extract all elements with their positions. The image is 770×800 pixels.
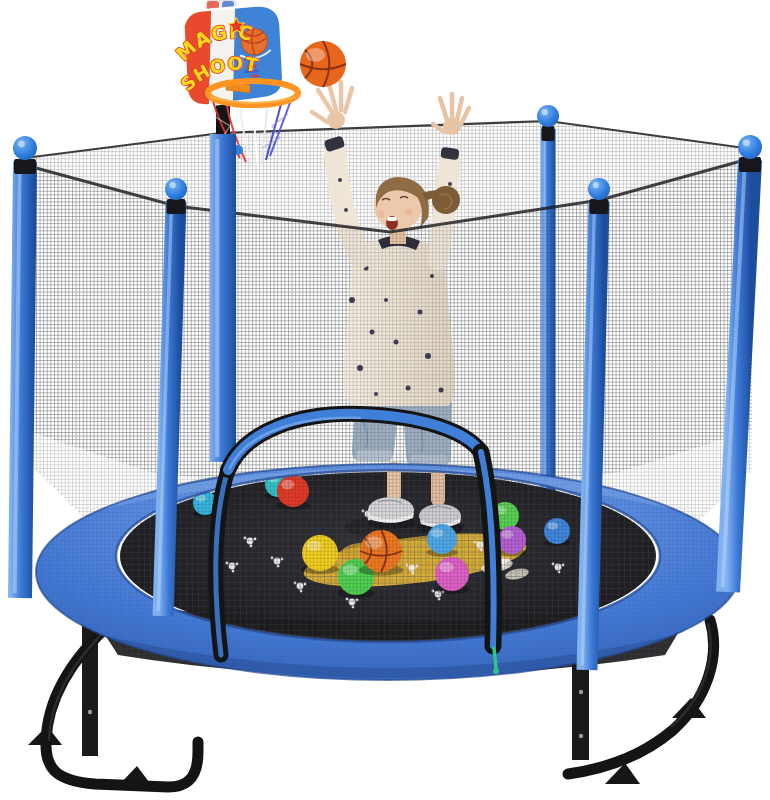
pole-cap-ball — [537, 105, 559, 127]
zipper-pull — [494, 648, 496, 668]
pole-clamp — [167, 199, 186, 214]
child-hand-left — [327, 111, 345, 129]
flying-basketball — [300, 41, 346, 87]
flying-ball-layer — [300, 41, 346, 87]
pole-cap-ball — [165, 178, 187, 200]
pole-clamp — [590, 199, 609, 214]
pole-clamp — [542, 126, 555, 141]
pole-cap-ball — [13, 136, 37, 160]
trampoline-product-photo: MAGIC SHOOT — [0, 0, 770, 800]
pole-clamp — [14, 159, 36, 174]
leg-right-bracket — [572, 664, 589, 760]
hoop-pole-foam — [217, 134, 223, 462]
pole-cap-ball — [738, 135, 762, 159]
hair-bun — [432, 186, 460, 214]
hoop-pole-layer — [217, 134, 223, 462]
product-photo-stage: MAGIC SHOOT — [0, 0, 770, 800]
pole-cap-ball — [588, 178, 610, 200]
pole-clamp — [739, 157, 761, 172]
